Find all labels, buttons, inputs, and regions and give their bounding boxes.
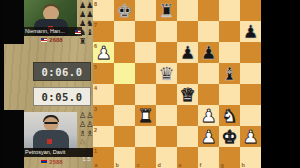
square-g7[interactable]: [219, 21, 240, 42]
square-d3[interactable]: [156, 105, 177, 126]
square-f6[interactable]: ♟: [198, 42, 219, 63]
bottom-player-rating-row: 2588: [24, 157, 80, 166]
rank-label-5: 5: [94, 64, 97, 70]
square-c1[interactable]: c: [135, 147, 156, 168]
bottom-player-rating: 2588: [49, 159, 62, 165]
square-g2[interactable]: ♚: [219, 126, 240, 147]
square-f2[interactable]: ♟: [198, 126, 219, 147]
file-label-f: f: [200, 162, 202, 168]
bottom-captured-tray: ♙♙♙♙♗♗♘♖: [79, 111, 93, 156]
square-d4[interactable]: [156, 84, 177, 105]
square-d2[interactable]: [156, 126, 177, 147]
bottom-player-shirt-logo: [47, 139, 52, 144]
white-king-g2[interactable]: ♚: [221, 126, 237, 147]
square-g8[interactable]: [219, 0, 240, 21]
square-c5[interactable]: [135, 63, 156, 84]
broadcast-window: Niemann, Han... 2688 ♟♟♟♟♟♞♞♝♜ 0:06.0 0:…: [0, 0, 300, 168]
square-a4[interactable]: 4: [93, 84, 114, 105]
white-pawn-h2[interactable]: ♟: [242, 126, 258, 147]
rank-label-1: 1: [94, 148, 97, 154]
square-e1[interactable]: e: [177, 147, 198, 168]
white-queen-e4[interactable]: ♛: [179, 84, 195, 105]
square-f5[interactable]: [198, 63, 219, 84]
square-h6[interactable]: [240, 42, 261, 63]
bottom-player-glasses: [44, 122, 57, 124]
square-b1[interactable]: b: [114, 147, 135, 168]
file-label-a: a: [95, 162, 98, 168]
captured-piece-row: ♟♟: [79, 1, 93, 10]
square-c2[interactable]: [135, 126, 156, 147]
square-e8[interactable]: [177, 0, 198, 21]
square-b3[interactable]: [114, 105, 135, 126]
file-label-b: b: [116, 162, 119, 168]
square-e5[interactable]: [177, 63, 198, 84]
file-label-g: g: [221, 162, 224, 168]
file-label-d: d: [158, 162, 161, 168]
black-pawn-e6[interactable]: ♟: [179, 42, 195, 63]
square-d8[interactable]: ♜: [156, 0, 177, 21]
bottom-player-webcam: [24, 112, 77, 150]
black-queen-d5[interactable]: ♛: [158, 63, 174, 84]
square-h7[interactable]: ♟: [240, 21, 261, 42]
bottom-player-score: 1.5: [80, 156, 93, 162]
right-letterbox: [261, 0, 300, 168]
white-knight-g3[interactable]: ♞: [221, 105, 237, 126]
captured-piece-row: ♖: [79, 147, 93, 156]
black-rook-d8[interactable]: ♜: [158, 0, 174, 21]
captured-piece-row: ♟♞: [79, 19, 93, 28]
square-d7[interactable]: [156, 21, 177, 42]
black-bishop-g5[interactable]: ♝: [221, 63, 237, 84]
square-d5[interactable]: ♛: [156, 63, 177, 84]
armenia-flag-icon: [41, 160, 47, 164]
left-border: [0, 0, 4, 168]
black-clock: 0:06.0: [33, 62, 91, 81]
us-flag-icon: [41, 38, 47, 42]
square-f3[interactable]: ♟: [198, 105, 219, 126]
square-b2[interactable]: [114, 126, 135, 147]
square-e7[interactable]: [177, 21, 198, 42]
white-clock: 0:05.0: [33, 87, 91, 106]
player-sidebar: Niemann, Han... 2688 ♟♟♟♟♟♞♞♝♜ 0:06.0 0:…: [0, 0, 93, 168]
square-e4[interactable]: ♛: [177, 84, 198, 105]
white-pawn-f2[interactable]: ♟: [200, 126, 216, 147]
captured-piece-row: ♙♙: [79, 120, 93, 129]
square-c7[interactable]: [135, 21, 156, 42]
top-captured-tray: ♟♟♟♟♟♞♞♝♜: [79, 1, 93, 46]
rank-label-3: 3: [94, 106, 97, 112]
square-d1[interactable]: d: [156, 147, 177, 168]
square-h3[interactable]: [240, 105, 261, 126]
square-d6[interactable]: [156, 42, 177, 63]
square-c3[interactable]: ♜: [135, 105, 156, 126]
square-a7[interactable]: 7: [93, 21, 114, 42]
square-c8[interactable]: [135, 0, 156, 21]
square-h4[interactable]: [240, 84, 261, 105]
top-player-rating-row: 2688: [24, 35, 80, 44]
bottom-player-face: [43, 117, 58, 131]
file-label-h: h: [242, 162, 245, 168]
square-g3[interactable]: ♞: [219, 105, 240, 126]
square-a5[interactable]: 5: [93, 63, 114, 84]
rank-label-4: 4: [94, 85, 97, 91]
square-b8[interactable]: ♚: [114, 0, 135, 21]
square-f8[interactable]: [198, 0, 219, 21]
square-f4[interactable]: [198, 84, 219, 105]
square-h1[interactable]: h: [240, 147, 261, 168]
square-a1[interactable]: 1a: [93, 147, 114, 168]
square-a8[interactable]: 8: [93, 0, 114, 21]
bottom-player-name: Petrosyan, Davit: [25, 148, 65, 157]
file-label-e: e: [179, 162, 182, 168]
rank-label-7: 7: [94, 22, 97, 28]
black-clock-time: 0:06.0: [42, 66, 83, 78]
square-g1[interactable]: g: [219, 147, 240, 168]
top-player-rating: 2688: [49, 37, 62, 43]
square-b7[interactable]: [114, 21, 135, 42]
white-rook-c3[interactable]: ♜: [137, 105, 153, 126]
square-g4[interactable]: [219, 84, 240, 105]
square-g5[interactable]: ♝: [219, 63, 240, 84]
square-e6[interactable]: ♟: [177, 42, 198, 63]
square-h5[interactable]: [240, 63, 261, 84]
black-king-b8[interactable]: ♚: [116, 0, 132, 21]
white-clock-time: 0:05.0: [42, 91, 83, 103]
square-g6[interactable]: [219, 42, 240, 63]
captured-piece-row: ♘: [79, 138, 93, 147]
square-a6[interactable]: 6♟: [93, 42, 114, 63]
chess-board[interactable]: 8♚♜7♟6♟♟♟5♛♝4♛3♜♟♞2♟♚♟1abcdefgh: [93, 0, 261, 168]
square-b4[interactable]: [114, 84, 135, 105]
captured-piece-row: ♙♙: [79, 111, 93, 120]
square-b5[interactable]: [114, 63, 135, 84]
captured-piece-row: ♞♝: [79, 28, 93, 37]
black-pawn-h7[interactable]: ♟: [242, 21, 258, 42]
square-h2[interactable]: ♟: [240, 126, 261, 147]
captured-piece-row: ♗♗: [79, 129, 93, 138]
square-a3[interactable]: 3: [93, 105, 114, 126]
square-f7[interactable]: [198, 21, 219, 42]
rank-label-8: 8: [94, 1, 97, 7]
captured-piece-row: ♟♟: [79, 10, 93, 19]
square-h8[interactable]: [240, 0, 261, 21]
square-e3[interactable]: [177, 105, 198, 126]
rank-label-2: 2: [94, 127, 97, 133]
black-pawn-f6[interactable]: ♟: [200, 42, 216, 63]
square-c6[interactable]: [135, 42, 156, 63]
white-pawn-f3[interactable]: ♟: [200, 105, 216, 126]
square-e2[interactable]: [177, 126, 198, 147]
square-a2[interactable]: 2: [93, 126, 114, 147]
captured-piece-row: ♜: [79, 37, 93, 46]
square-f1[interactable]: f: [198, 147, 219, 168]
file-label-c: c: [137, 162, 140, 168]
white-pawn-a6[interactable]: ♟: [95, 42, 111, 63]
square-b6[interactable]: [114, 42, 135, 63]
square-c4[interactable]: [135, 84, 156, 105]
